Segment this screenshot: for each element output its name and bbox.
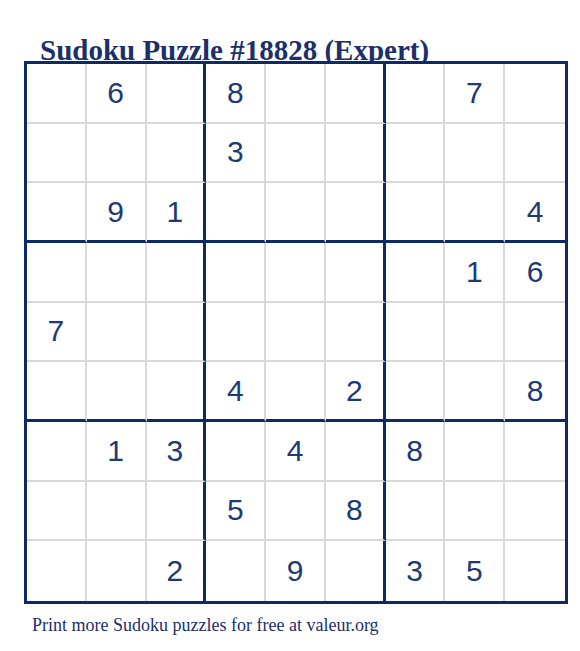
cell-r4c6[interactable] [326, 243, 386, 303]
cell-r7c5[interactable]: 4 [266, 422, 326, 482]
cell-r7c3[interactable]: 3 [147, 422, 207, 482]
cell-r1c8[interactable]: 7 [445, 64, 505, 124]
cell-r3c4[interactable] [206, 183, 266, 243]
cell-r6c4[interactable]: 4 [206, 362, 266, 422]
cell-r5c7[interactable] [386, 303, 446, 363]
cell-r8c7[interactable] [386, 482, 446, 542]
cell-r9c7[interactable]: 3 [386, 541, 446, 601]
cell-r2c5[interactable] [266, 124, 326, 184]
cell-r1c5[interactable] [266, 64, 326, 124]
cell-r2c7[interactable] [386, 124, 446, 184]
cell-r3c1[interactable] [27, 183, 87, 243]
cell-r8c9[interactable] [505, 482, 565, 542]
cell-r4c5[interactable] [266, 243, 326, 303]
cell-r8c6[interactable]: 8 [326, 482, 386, 542]
cell-r6c1[interactable] [27, 362, 87, 422]
sudoku-grid: 68739141674281348582935 [24, 61, 568, 604]
cell-r1c6[interactable] [326, 64, 386, 124]
cell-r2c2[interactable] [87, 124, 147, 184]
cell-r8c2[interactable] [87, 482, 147, 542]
cell-r4c8[interactable]: 1 [445, 243, 505, 303]
cell-r4c7[interactable] [386, 243, 446, 303]
cell-r3c2[interactable]: 9 [87, 183, 147, 243]
cell-r6c8[interactable] [445, 362, 505, 422]
cell-r2c9[interactable] [505, 124, 565, 184]
cell-r9c5[interactable]: 9 [266, 541, 326, 601]
cell-r4c1[interactable] [27, 243, 87, 303]
cell-r3c7[interactable] [386, 183, 446, 243]
cell-r4c3[interactable] [147, 243, 207, 303]
cell-r2c8[interactable] [445, 124, 505, 184]
cell-r8c5[interactable] [266, 482, 326, 542]
cell-r5c8[interactable] [445, 303, 505, 363]
cell-r1c7[interactable] [386, 64, 446, 124]
cell-r7c4[interactable] [206, 422, 266, 482]
cell-r7c6[interactable] [326, 422, 386, 482]
cell-r7c1[interactable] [27, 422, 87, 482]
cell-r1c2[interactable]: 6 [87, 64, 147, 124]
cell-r3c6[interactable] [326, 183, 386, 243]
cell-r9c8[interactable]: 5 [445, 541, 505, 601]
cell-r3c3[interactable]: 1 [147, 183, 207, 243]
cell-r5c5[interactable] [266, 303, 326, 363]
cell-r3c5[interactable] [266, 183, 326, 243]
cell-r1c9[interactable] [505, 64, 565, 124]
cell-r7c7[interactable]: 8 [386, 422, 446, 482]
cell-r4c4[interactable] [206, 243, 266, 303]
cell-r6c3[interactable] [147, 362, 207, 422]
cell-r9c3[interactable]: 2 [147, 541, 207, 601]
cell-r9c2[interactable] [87, 541, 147, 601]
cell-r8c8[interactable] [445, 482, 505, 542]
cell-r2c3[interactable] [147, 124, 207, 184]
cell-r9c6[interactable] [326, 541, 386, 601]
cell-r6c6[interactable]: 2 [326, 362, 386, 422]
cell-r5c1[interactable]: 7 [27, 303, 87, 363]
cell-r5c2[interactable] [87, 303, 147, 363]
cell-r5c9[interactable] [505, 303, 565, 363]
cell-r5c3[interactable] [147, 303, 207, 363]
cell-r5c6[interactable] [326, 303, 386, 363]
cell-r8c4[interactable]: 5 [206, 482, 266, 542]
cell-r6c2[interactable] [87, 362, 147, 422]
cell-r1c4[interactable]: 8 [206, 64, 266, 124]
cell-r6c7[interactable] [386, 362, 446, 422]
cell-r2c6[interactable] [326, 124, 386, 184]
cell-r6c5[interactable] [266, 362, 326, 422]
cell-r7c8[interactable] [445, 422, 505, 482]
cell-r8c3[interactable] [147, 482, 207, 542]
cell-r7c9[interactable] [505, 422, 565, 482]
cell-r6c9[interactable]: 8 [505, 362, 565, 422]
footer-text: Print more Sudoku puzzles for free at va… [32, 615, 379, 636]
cell-r9c9[interactable] [505, 541, 565, 601]
cell-r9c4[interactable] [206, 541, 266, 601]
cell-r2c4[interactable]: 3 [206, 124, 266, 184]
cell-r1c3[interactable] [147, 64, 207, 124]
cell-r9c1[interactable] [27, 541, 87, 601]
cell-r7c2[interactable]: 1 [87, 422, 147, 482]
cell-r4c2[interactable] [87, 243, 147, 303]
page: { "game": "sudoku", "title": "Sudoku Puz… [0, 0, 580, 651]
cell-r1c1[interactable] [27, 64, 87, 124]
cell-r8c1[interactable] [27, 482, 87, 542]
cell-r4c9[interactable]: 6 [505, 243, 565, 303]
cell-r2c1[interactable] [27, 124, 87, 184]
cell-r5c4[interactable] [206, 303, 266, 363]
cell-r3c8[interactable] [445, 183, 505, 243]
cell-r3c9[interactable]: 4 [505, 183, 565, 243]
